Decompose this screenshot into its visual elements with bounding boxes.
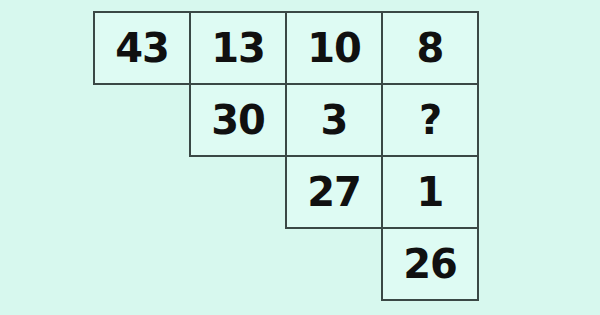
puzzle-cell-r1c1: 43 bbox=[93, 11, 191, 85]
puzzle-cell-r2c2: 30 bbox=[189, 83, 287, 157]
puzzle-cell-r4c4: 26 bbox=[381, 227, 479, 301]
puzzle-cell-r2c4: ? bbox=[381, 83, 479, 157]
puzzle-cell-r1c4: 8 bbox=[381, 11, 479, 85]
puzzle-cell-r1c3: 10 bbox=[285, 11, 383, 85]
puzzle-board: 4313108303?27126 bbox=[0, 0, 600, 315]
puzzle-cell-r2c3: 3 bbox=[285, 83, 383, 157]
puzzle-cell-r1c2: 13 bbox=[189, 11, 287, 85]
puzzle-cell-r3c3: 27 bbox=[285, 155, 383, 229]
puzzle-cell-r3c4: 1 bbox=[381, 155, 479, 229]
